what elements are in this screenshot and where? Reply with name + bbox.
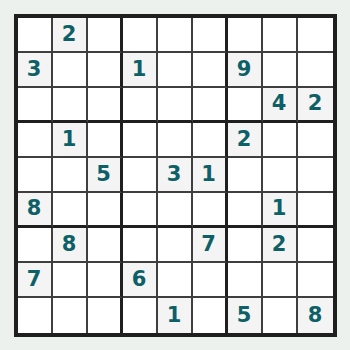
cell-r5c9[interactable]	[298, 158, 333, 193]
cell-r3c1[interactable]	[18, 88, 53, 123]
cell-r4c2[interactable]: 1	[53, 123, 88, 158]
cell-r8c3[interactable]	[88, 263, 123, 298]
cell-r5c4[interactable]	[123, 158, 158, 193]
cell-r8c2[interactable]	[53, 263, 88, 298]
cell-r3c9[interactable]: 2	[298, 88, 333, 123]
cell-r1c1[interactable]	[18, 18, 53, 53]
cell-r4c5[interactable]	[158, 123, 193, 158]
cell-r8c1[interactable]: 7	[18, 263, 53, 298]
cell-r9c4[interactable]	[123, 298, 158, 333]
cell-r9c1[interactable]	[18, 298, 53, 333]
cell-r9c9[interactable]: 8	[298, 298, 333, 333]
cell-r7c8[interactable]: 2	[263, 228, 298, 263]
cell-r5c6[interactable]: 1	[193, 158, 228, 193]
cell-r9c3[interactable]	[88, 298, 123, 333]
cell-r1c5[interactable]	[158, 18, 193, 53]
cell-r2c6[interactable]	[193, 53, 228, 88]
cell-r7c4[interactable]	[123, 228, 158, 263]
cell-r3c6[interactable]	[193, 88, 228, 123]
cell-r1c6[interactable]	[193, 18, 228, 53]
cell-r8c4[interactable]: 6	[123, 263, 158, 298]
sudoku-page: 231942125318187276158	[0, 0, 350, 350]
cell-r3c8[interactable]: 4	[263, 88, 298, 123]
cell-r1c8[interactable]	[263, 18, 298, 53]
cell-r9c7[interactable]: 5	[228, 298, 263, 333]
cell-r6c4[interactable]	[123, 193, 158, 228]
cell-r4c8[interactable]	[263, 123, 298, 158]
cell-r6c1[interactable]: 8	[18, 193, 53, 228]
cell-r8c5[interactable]	[158, 263, 193, 298]
cell-r4c1[interactable]	[18, 123, 53, 158]
cell-r5c3[interactable]: 5	[88, 158, 123, 193]
cell-r4c6[interactable]	[193, 123, 228, 158]
cell-r6c7[interactable]	[228, 193, 263, 228]
cell-r7c3[interactable]	[88, 228, 123, 263]
cell-r8c8[interactable]	[263, 263, 298, 298]
cell-r2c3[interactable]	[88, 53, 123, 88]
cell-r5c5[interactable]: 3	[158, 158, 193, 193]
cell-r2c7[interactable]: 9	[228, 53, 263, 88]
cell-r4c7[interactable]: 2	[228, 123, 263, 158]
cell-r8c9[interactable]	[298, 263, 333, 298]
cell-r2c4[interactable]: 1	[123, 53, 158, 88]
cell-r3c7[interactable]	[228, 88, 263, 123]
cell-r3c4[interactable]	[123, 88, 158, 123]
cell-r7c6[interactable]: 7	[193, 228, 228, 263]
cell-r8c7[interactable]	[228, 263, 263, 298]
cell-r8c6[interactable]	[193, 263, 228, 298]
cell-r9c6[interactable]	[193, 298, 228, 333]
cell-r6c8[interactable]: 1	[263, 193, 298, 228]
cell-r6c2[interactable]	[53, 193, 88, 228]
cell-r5c8[interactable]	[263, 158, 298, 193]
cell-r3c5[interactable]	[158, 88, 193, 123]
cell-r9c8[interactable]	[263, 298, 298, 333]
cell-r1c4[interactable]	[123, 18, 158, 53]
cell-r1c3[interactable]	[88, 18, 123, 53]
cell-r6c6[interactable]	[193, 193, 228, 228]
cell-r9c2[interactable]	[53, 298, 88, 333]
cell-r5c1[interactable]	[18, 158, 53, 193]
cell-r5c7[interactable]	[228, 158, 263, 193]
cell-r6c5[interactable]	[158, 193, 193, 228]
cell-r7c5[interactable]	[158, 228, 193, 263]
cell-r7c9[interactable]	[298, 228, 333, 263]
cell-r7c2[interactable]: 8	[53, 228, 88, 263]
cell-r2c1[interactable]: 3	[18, 53, 53, 88]
cell-r3c2[interactable]	[53, 88, 88, 123]
cell-r5c2[interactable]	[53, 158, 88, 193]
cell-r6c9[interactable]	[298, 193, 333, 228]
cell-r1c9[interactable]	[298, 18, 333, 53]
cell-r2c8[interactable]	[263, 53, 298, 88]
cell-r2c2[interactable]	[53, 53, 88, 88]
cell-r1c2[interactable]: 2	[53, 18, 88, 53]
cell-r9c5[interactable]: 1	[158, 298, 193, 333]
cell-r4c4[interactable]	[123, 123, 158, 158]
cell-r6c3[interactable]	[88, 193, 123, 228]
cell-r7c1[interactable]	[18, 228, 53, 263]
cell-r1c7[interactable]	[228, 18, 263, 53]
cell-r7c7[interactable]	[228, 228, 263, 263]
cell-r4c9[interactable]	[298, 123, 333, 158]
cell-r2c5[interactable]	[158, 53, 193, 88]
cell-r4c3[interactable]	[88, 123, 123, 158]
cell-r3c3[interactable]	[88, 88, 123, 123]
cell-r2c9[interactable]	[298, 53, 333, 88]
sudoku-board: 231942125318187276158	[14, 14, 337, 337]
